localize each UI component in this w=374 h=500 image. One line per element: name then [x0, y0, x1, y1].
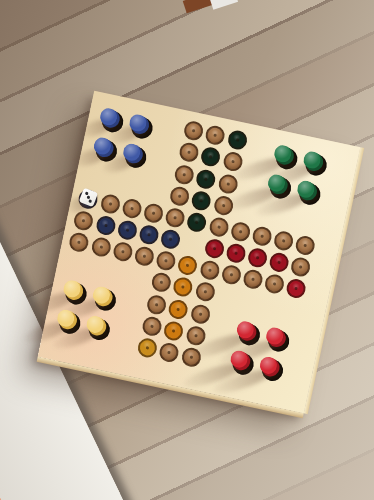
board-hole-r5-c8-R[interactable]	[246, 247, 269, 270]
board-hole-r7-c6[interactable]	[194, 281, 217, 304]
ludo-board	[38, 91, 361, 414]
hole-center-dot	[294, 287, 298, 291]
board-hole-r4-c3[interactable]	[142, 202, 165, 225]
hole-center-dot	[208, 269, 212, 273]
board-hole-r6-c4[interactable]	[155, 250, 178, 273]
board-hole-r4-c6[interactable]	[207, 216, 230, 239]
hole-center-dot	[164, 259, 168, 263]
hole-center-dot	[150, 324, 154, 328]
hole-center-dot	[174, 216, 178, 220]
board-hole-r5-c7-R[interactable]	[225, 242, 248, 265]
hole-center-dot	[160, 281, 164, 285]
board-hole-r4-c1[interactable]	[99, 193, 122, 216]
die-pip	[89, 200, 92, 203]
hole-center-dot	[192, 129, 196, 133]
board-hole-r8-c4[interactable]	[146, 293, 169, 316]
hole-center-dot	[251, 278, 255, 282]
hole-center-dot	[183, 173, 187, 177]
hole-center-dot	[222, 203, 226, 207]
hole-center-dot	[152, 211, 156, 215]
hole-center-dot	[226, 182, 230, 186]
hole-center-dot	[187, 151, 191, 155]
board-hole-r10-c4-sy[interactable]	[136, 337, 159, 360]
board-hole-r6-c8[interactable]	[242, 268, 265, 291]
board-hole-r4-c9[interactable]	[273, 230, 296, 253]
hole-center-dot	[282, 239, 286, 243]
hole-center-dot	[217, 225, 221, 229]
board-hole-r5-c10[interactable]	[290, 256, 313, 279]
board-hole-r4-c10[interactable]	[294, 234, 317, 257]
hole-center-dot	[147, 233, 151, 237]
hole-center-dot	[234, 251, 238, 255]
hole-center-dot	[212, 247, 216, 251]
hole-center-dot	[277, 261, 281, 265]
board-hole-r4-c4[interactable]	[164, 206, 187, 229]
board-hole-r5-c1-B[interactable]	[94, 214, 117, 237]
board-hole-r7-c5-Y[interactable]	[172, 276, 195, 299]
board-hole-r4-c5-G[interactable]	[186, 211, 209, 234]
board-hole-r5-c4-B[interactable]	[159, 228, 182, 251]
board-hole-r6-c0[interactable]	[68, 231, 91, 254]
board-hole-r0-c6-sg[interactable]	[226, 129, 249, 152]
hole-center-dot	[273, 282, 277, 286]
board-hole-r6-c3[interactable]	[133, 245, 156, 268]
hole-center-dot	[155, 303, 159, 307]
hole-center-dot	[108, 202, 112, 206]
hole-center-dot	[126, 228, 130, 232]
board-hole-r9-c4[interactable]	[141, 315, 164, 338]
board-hole-r6-c5-Y[interactable]	[177, 254, 200, 277]
hole-center-dot	[169, 238, 173, 242]
hole-center-dot	[260, 234, 264, 238]
hole-center-dot	[194, 334, 198, 338]
board-hole-r6-c1[interactable]	[90, 236, 113, 259]
hole-center-dot	[178, 194, 182, 198]
board-hole-r5-c2-B[interactable]	[116, 219, 139, 242]
door-frame	[210, 0, 238, 10]
board-hole-r5-c9-R[interactable]	[268, 251, 291, 274]
hole-center-dot	[239, 230, 243, 234]
board-hole-r5-c0[interactable]	[73, 210, 96, 233]
hole-center-dot	[104, 224, 108, 228]
board-hole-r1-c4[interactable]	[178, 141, 201, 164]
board-hole-r2-c5-G[interactable]	[195, 168, 218, 191]
board-hole-r4-c7[interactable]	[229, 220, 252, 243]
board-hole-r9-c5-Y[interactable]	[163, 320, 186, 343]
board-hole-r4-c2[interactable]	[121, 197, 144, 220]
board-hole-r3-c5-G[interactable]	[190, 189, 213, 212]
hole-center-dot	[235, 138, 239, 142]
board-hole-r6-c10-sr[interactable]	[285, 278, 308, 301]
board-hole-r7-c4[interactable]	[150, 272, 173, 295]
hole-center-dot	[256, 256, 260, 260]
board-hole-r5-c3-B[interactable]	[138, 224, 161, 247]
board-hole-r6-c7[interactable]	[220, 264, 243, 287]
hole-center-dot	[121, 250, 125, 254]
board-hole-r10-c5[interactable]	[158, 341, 181, 364]
board-hole-r8-c5-Y[interactable]	[167, 298, 190, 321]
board-hole-r3-c4[interactable]	[169, 185, 192, 208]
scene	[0, 0, 374, 500]
board-hole-r1-c5-G[interactable]	[200, 146, 223, 169]
hole-center-dot	[99, 246, 103, 250]
hole-center-dot	[198, 312, 202, 316]
hole-center-dot	[146, 346, 150, 350]
board-hole-r4-c8[interactable]	[251, 225, 274, 248]
hole-center-dot	[299, 265, 303, 269]
board-hole-r6-c6[interactable]	[198, 259, 221, 282]
hole-center-dot	[229, 273, 233, 277]
hole-center-dot	[203, 290, 207, 294]
hole-center-dot	[304, 244, 308, 248]
board-hole-r0-c5[interactable]	[204, 124, 227, 147]
board-hole-r2-c4[interactable]	[173, 163, 196, 186]
hole-center-dot	[231, 160, 235, 164]
board-hole-r6-c2[interactable]	[111, 241, 134, 264]
board-hole-r0-c4[interactable]	[182, 120, 205, 143]
board-hole-r8-c6[interactable]	[189, 302, 212, 325]
hole-center-dot	[130, 207, 134, 211]
board-hole-r6-c9[interactable]	[263, 273, 286, 296]
board-hole-r5-c6-R[interactable]	[203, 237, 226, 260]
